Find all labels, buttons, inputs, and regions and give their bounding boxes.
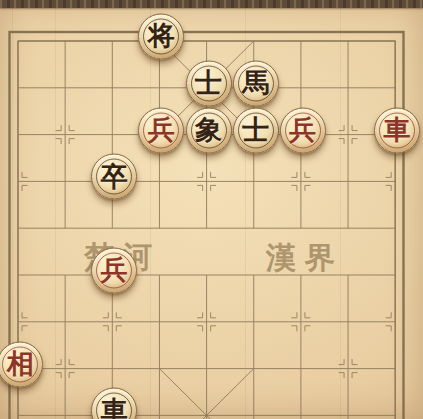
black-soldier[interactable]: 卒	[91, 154, 137, 200]
piece-grid: 将士馬兵象士兵車卒兵相車	[0, 18, 419, 419]
black-general[interactable]: 将	[138, 13, 184, 59]
red-elephant[interactable]: 相	[0, 341, 43, 387]
piece-character: 兵	[148, 116, 175, 143]
piece-character: 車	[384, 116, 411, 143]
piece-character: 車	[101, 396, 128, 419]
black-horse[interactable]: 馬	[233, 60, 279, 106]
black-advisor[interactable]: 士	[233, 107, 279, 153]
piece-character: 将	[148, 22, 175, 49]
piece-character: 卒	[101, 162, 128, 189]
piece-character: 士	[195, 69, 222, 96]
piece-character: 兵	[289, 116, 316, 143]
black-chariot[interactable]: 車	[91, 388, 137, 419]
piece-character: 士	[242, 116, 269, 143]
piece-character: 馬	[242, 69, 269, 96]
red-soldier[interactable]: 兵	[280, 107, 326, 153]
piece-character: 象	[195, 116, 222, 143]
piece-character: 兵	[101, 256, 128, 283]
piece-character: 相	[6, 350, 33, 377]
xiangqi-board: 楚河漢界 将士馬兵象士兵車卒兵相車	[0, 0, 423, 419]
black-advisor[interactable]: 士	[186, 60, 232, 106]
red-chariot[interactable]: 車	[374, 107, 420, 153]
red-soldier[interactable]: 兵	[91, 247, 137, 293]
red-soldier[interactable]: 兵	[138, 107, 184, 153]
black-elephant[interactable]: 象	[186, 107, 232, 153]
